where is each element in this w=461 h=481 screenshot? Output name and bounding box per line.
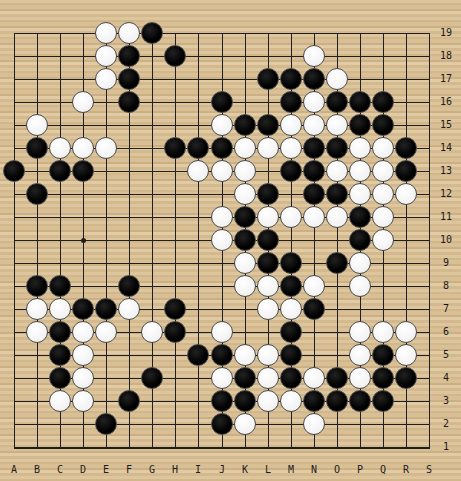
stone-black-N3[interactable] [303,390,325,412]
stone-white-E19[interactable] [95,22,117,44]
stone-white-M3[interactable] [280,390,302,412]
column-label-P: P [350,464,370,476]
stone-black-F3[interactable] [118,390,140,412]
stone-black-M16[interactable] [280,91,302,113]
stone-black-R14[interactable] [395,137,417,159]
stone-black-N17[interactable] [303,68,325,90]
stone-black-G19[interactable] [141,22,163,44]
row-label-7: 7 [433,303,459,315]
stone-black-N14[interactable] [303,137,325,159]
stone-black-P11[interactable] [349,206,371,228]
stone-black-K10[interactable] [234,229,256,251]
stone-white-J11[interactable] [211,206,233,228]
stone-black-M9[interactable] [280,252,302,274]
stone-white-P13[interactable] [349,160,371,182]
stone-black-J14[interactable] [211,137,233,159]
row-label-15: 15 [433,119,459,131]
stone-black-P16[interactable] [349,91,371,113]
stone-black-I14[interactable] [187,137,209,159]
row-label-11: 11 [433,211,459,223]
stone-white-P4[interactable] [349,367,371,389]
stone-white-E6[interactable] [95,321,117,343]
stone-white-L8[interactable] [257,275,279,297]
stone-black-C8[interactable] [49,275,71,297]
stone-black-M6[interactable] [280,321,302,343]
stone-white-G6[interactable] [141,321,163,343]
stone-black-K15[interactable] [234,114,256,136]
stone-white-K9[interactable] [234,252,256,274]
stone-white-C3[interactable] [49,390,71,412]
column-label-R: R [396,464,416,476]
row-label-1: 1 [433,441,459,453]
stone-black-C6[interactable] [49,321,71,343]
row-label-10: 10 [433,234,459,246]
stone-black-Q5[interactable] [372,344,394,366]
column-label-B: B [27,464,47,476]
stone-white-M14[interactable] [280,137,302,159]
stone-white-M11[interactable] [280,206,302,228]
stone-black-L10[interactable] [257,229,279,251]
stone-black-G4[interactable] [141,367,163,389]
stone-white-K13[interactable] [234,160,256,182]
stone-black-L9[interactable] [257,252,279,274]
stone-white-J13[interactable] [211,160,233,182]
stone-black-C13[interactable] [49,160,71,182]
stone-white-C7[interactable] [49,298,71,320]
grid-line-horizontal-18 [14,56,430,57]
stone-white-K12[interactable] [234,183,256,205]
stone-white-P8[interactable] [349,275,371,297]
column-label-C: C [50,464,70,476]
stone-black-D13[interactable] [72,160,94,182]
column-label-K: K [235,464,255,476]
stone-white-J4[interactable] [211,367,233,389]
stone-black-F8[interactable] [118,275,140,297]
row-label-18: 18 [433,50,459,62]
row-label-3: 3 [433,395,459,407]
stone-black-M17[interactable] [280,68,302,90]
stone-white-F19[interactable] [118,22,140,44]
stone-black-N7[interactable] [303,298,325,320]
stone-white-N4[interactable] [303,367,325,389]
column-label-H: H [165,464,185,476]
column-label-L: L [258,464,278,476]
grid-line-horizontal-1 [14,447,430,449]
column-label-D: D [73,464,93,476]
stone-black-O3[interactable] [326,390,348,412]
stone-black-M5[interactable] [280,344,302,366]
stone-black-M8[interactable] [280,275,302,297]
stone-white-R5[interactable] [395,344,417,366]
stone-black-P3[interactable] [349,390,371,412]
stone-black-K11[interactable] [234,206,256,228]
stone-black-Q4[interactable] [372,367,394,389]
column-label-I: I [188,464,208,476]
stone-black-H18[interactable] [164,45,186,67]
stone-white-O17[interactable] [326,68,348,90]
column-label-S: S [419,464,439,476]
row-label-9: 9 [433,257,459,269]
stone-black-H7[interactable] [164,298,186,320]
column-label-J: J [212,464,232,476]
stone-white-N15[interactable] [303,114,325,136]
stone-white-E14[interactable] [95,137,117,159]
stone-black-J2[interactable] [211,413,233,435]
stone-white-P14[interactable] [349,137,371,159]
stone-black-F16[interactable] [118,91,140,113]
stone-black-Q16[interactable] [372,91,394,113]
stone-white-Q11[interactable] [372,206,394,228]
stone-white-N16[interactable] [303,91,325,113]
stone-white-E17[interactable] [95,68,117,90]
row-label-5: 5 [433,349,459,361]
stone-black-Q3[interactable] [372,390,394,412]
stone-white-L4[interactable] [257,367,279,389]
stone-white-L7[interactable] [257,298,279,320]
stone-white-D5[interactable] [72,344,94,366]
stone-white-C14[interactable] [49,137,71,159]
row-label-14: 14 [433,142,459,154]
column-label-G: G [142,464,162,476]
stone-black-M4[interactable] [280,367,302,389]
stone-black-O16[interactable] [326,91,348,113]
column-label-E: E [96,464,116,476]
stone-white-P12[interactable] [349,183,371,205]
stone-white-P6[interactable] [349,321,371,343]
grid-line-horizontal-17 [14,79,430,80]
stone-black-O12[interactable] [326,183,348,205]
stone-black-R13[interactable] [395,160,417,182]
stone-black-J5[interactable] [211,344,233,366]
stone-black-F18[interactable] [118,45,140,67]
stone-white-K8[interactable] [234,275,256,297]
stone-white-B7[interactable] [26,298,48,320]
stone-white-Q10[interactable] [372,229,394,251]
grid-line-horizontal-19 [14,33,430,34]
stone-black-H14[interactable] [164,137,186,159]
stone-black-O9[interactable] [326,252,348,274]
stone-black-F17[interactable] [118,68,140,90]
stone-white-O13[interactable] [326,160,348,182]
stone-black-A13[interactable] [3,160,25,182]
stone-white-M15[interactable] [280,114,302,136]
stone-black-L17[interactable] [257,68,279,90]
row-label-16: 16 [433,96,459,108]
stone-white-D14[interactable] [72,137,94,159]
stone-white-J15[interactable] [211,114,233,136]
stone-black-Q15[interactable] [372,114,394,136]
stone-white-D6[interactable] [72,321,94,343]
row-label-13: 13 [433,165,459,177]
stone-black-H6[interactable] [164,321,186,343]
stone-black-P10[interactable] [349,229,371,251]
row-label-4: 4 [433,372,459,384]
row-label-12: 12 [433,188,459,200]
stone-black-E7[interactable] [95,298,117,320]
column-label-F: F [119,464,139,476]
stone-black-R4[interactable] [395,367,417,389]
stone-white-L3[interactable] [257,390,279,412]
stone-black-J16[interactable] [211,91,233,113]
stone-white-P5[interactable] [349,344,371,366]
stone-black-J3[interactable] [211,390,233,412]
stone-white-J10[interactable] [211,229,233,251]
stone-white-Q14[interactable] [372,137,394,159]
stone-white-L11[interactable] [257,206,279,228]
stone-white-I13[interactable] [187,160,209,182]
stone-white-Q6[interactable] [372,321,394,343]
stone-black-B12[interactable] [26,183,48,205]
stone-black-K4[interactable] [234,367,256,389]
stone-white-O11[interactable] [326,206,348,228]
stone-white-D3[interactable] [72,390,94,412]
column-label-N: N [304,464,324,476]
stone-white-K14[interactable] [234,137,256,159]
stone-white-R6[interactable] [395,321,417,343]
stone-white-N8[interactable] [303,275,325,297]
row-label-17: 17 [433,73,459,85]
stone-black-E2[interactable] [95,413,117,435]
stone-white-B6[interactable] [26,321,48,343]
stone-white-J6[interactable] [211,321,233,343]
stone-white-B15[interactable] [26,114,48,136]
row-label-19: 19 [433,27,459,39]
stone-black-O4[interactable] [326,367,348,389]
stone-white-D4[interactable] [72,367,94,389]
stone-white-P9[interactable] [349,252,371,274]
column-label-M: M [281,464,301,476]
stone-black-L12[interactable] [257,183,279,205]
stone-black-M13[interactable] [280,160,302,182]
row-label-6: 6 [433,326,459,338]
stone-white-L14[interactable] [257,137,279,159]
stone-black-D7[interactable] [72,298,94,320]
stone-black-N12[interactable] [303,183,325,205]
column-label-Q: Q [373,464,393,476]
stone-white-F7[interactable] [118,298,140,320]
stone-black-C4[interactable] [49,367,71,389]
stone-white-N11[interactable] [303,206,325,228]
stone-white-K5[interactable] [234,344,256,366]
stone-white-Q13[interactable] [372,160,394,182]
star-point-D10 [81,238,86,243]
stone-white-N18[interactable] [303,45,325,67]
stone-white-Q12[interactable] [372,183,394,205]
stone-black-C5[interactable] [49,344,71,366]
stone-white-D16[interactable] [72,91,94,113]
stone-black-K3[interactable] [234,390,256,412]
stone-white-M7[interactable] [280,298,302,320]
stone-black-B14[interactable] [26,137,48,159]
stone-black-O14[interactable] [326,137,348,159]
stone-white-O15[interactable] [326,114,348,136]
stone-black-N13[interactable] [303,160,325,182]
stone-white-L5[interactable] [257,344,279,366]
stone-white-N2[interactable] [303,413,325,435]
stone-black-B8[interactable] [26,275,48,297]
row-label-8: 8 [433,280,459,292]
stone-black-L15[interactable] [257,114,279,136]
stone-black-I5[interactable] [187,344,209,366]
column-label-O: O [327,464,347,476]
row-label-2: 2 [433,418,459,430]
stone-white-E18[interactable] [95,45,117,67]
stone-black-P15[interactable] [349,114,371,136]
column-label-A: A [4,464,24,476]
stone-white-R12[interactable] [395,183,417,205]
stone-white-K2[interactable] [234,413,256,435]
go-board-screenshot: ABCDEFGHIJKLMNOPQRS 19181716151413121110… [0,0,461,481]
